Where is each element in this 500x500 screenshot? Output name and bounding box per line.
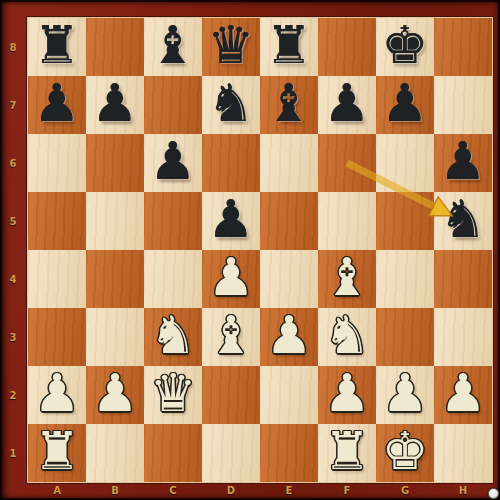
square-a1[interactable]: ♜ — [28, 424, 86, 482]
file-label-g: G — [376, 482, 434, 498]
square-h1[interactable] — [434, 424, 492, 482]
white-bishop[interactable]: ♝ — [324, 248, 371, 306]
square-e8[interactable]: ♜ — [260, 18, 318, 76]
black-pawn[interactable]: ♟ — [208, 190, 255, 248]
square-f8[interactable] — [318, 18, 376, 76]
square-d4[interactable]: ♟ — [202, 250, 260, 308]
square-f6[interactable] — [318, 134, 376, 192]
file-label-a: A — [28, 482, 86, 498]
white-pawn[interactable]: ♟ — [208, 248, 255, 306]
square-f7[interactable]: ♟ — [318, 76, 376, 134]
square-c8[interactable]: ♝ — [144, 18, 202, 76]
square-a5[interactable] — [28, 192, 86, 250]
square-d7[interactable]: ♞ — [202, 76, 260, 134]
rank-label-7: 7 — [0, 76, 26, 134]
square-d1[interactable] — [202, 424, 260, 482]
black-pawn[interactable]: ♟ — [150, 132, 197, 190]
square-h8[interactable] — [434, 18, 492, 76]
square-c3[interactable]: ♞ — [144, 308, 202, 366]
square-c5[interactable] — [144, 192, 202, 250]
chess-board[interactable]: ♜♝♛♜♚♟♟♞♝♟♟♟♟♟♞♟♝♞♝♟♞♟♟♛♟♟♟♜♜♚ — [28, 18, 492, 482]
square-e7[interactable]: ♝ — [260, 76, 318, 134]
black-king[interactable]: ♚ — [382, 16, 429, 74]
rank-label-2: 2 — [0, 366, 26, 424]
file-label-e: E — [260, 482, 318, 498]
square-e2[interactable] — [260, 366, 318, 424]
square-b2[interactable]: ♟ — [86, 366, 144, 424]
rank-label-4: 4 — [0, 250, 26, 308]
square-f5[interactable] — [318, 192, 376, 250]
square-d6[interactable] — [202, 134, 260, 192]
square-c1[interactable] — [144, 424, 202, 482]
square-g3[interactable] — [376, 308, 434, 366]
rank-label-5: 5 — [0, 192, 26, 250]
square-b5[interactable] — [86, 192, 144, 250]
rank-label-8: 8 — [0, 18, 26, 76]
file-label-c: C — [144, 482, 202, 498]
square-a4[interactable] — [28, 250, 86, 308]
white-rook[interactable]: ♜ — [324, 422, 371, 480]
black-pawn[interactable]: ♟ — [324, 74, 371, 132]
black-bishop[interactable]: ♝ — [266, 74, 313, 132]
black-queen[interactable]: ♛ — [208, 16, 255, 74]
square-h4[interactable] — [434, 250, 492, 308]
side-to-move-indicator — [488, 488, 499, 499]
board-frame: ♜♝♛♜♚♟♟♞♝♟♟♟♟♟♞♟♝♞♝♟♞♟♟♛♟♟♟♜♜♚ 87654321 … — [0, 0, 500, 500]
square-b7[interactable]: ♟ — [86, 76, 144, 134]
white-bishop[interactable]: ♝ — [208, 306, 255, 364]
file-label-d: D — [202, 482, 260, 498]
square-a6[interactable] — [28, 134, 86, 192]
square-a8[interactable]: ♜ — [28, 18, 86, 76]
file-label-f: F — [318, 482, 376, 498]
file-labels: ABCDEFGH — [28, 482, 492, 500]
square-f1[interactable]: ♜ — [318, 424, 376, 482]
square-f2[interactable]: ♟ — [318, 366, 376, 424]
square-c4[interactable] — [144, 250, 202, 308]
black-rook[interactable]: ♜ — [34, 16, 81, 74]
square-g1[interactable]: ♚ — [376, 424, 434, 482]
black-rook[interactable]: ♜ — [266, 16, 313, 74]
file-label-h: H — [434, 482, 492, 498]
square-a3[interactable] — [28, 308, 86, 366]
square-e4[interactable] — [260, 250, 318, 308]
square-d3[interactable]: ♝ — [202, 308, 260, 366]
square-f3[interactable]: ♞ — [318, 308, 376, 366]
square-h7[interactable] — [434, 76, 492, 134]
square-g7[interactable]: ♟ — [376, 76, 434, 134]
square-g2[interactable]: ♟ — [376, 366, 434, 424]
white-pawn[interactable]: ♟ — [382, 364, 429, 422]
square-h3[interactable] — [434, 308, 492, 366]
white-pawn[interactable]: ♟ — [34, 364, 81, 422]
black-pawn[interactable]: ♟ — [382, 74, 429, 132]
rank-labels: 87654321 — [0, 18, 28, 482]
square-e3[interactable]: ♟ — [260, 308, 318, 366]
square-d5[interactable]: ♟ — [202, 192, 260, 250]
black-knight[interactable]: ♞ — [440, 190, 487, 248]
square-g4[interactable] — [376, 250, 434, 308]
black-pawn[interactable]: ♟ — [92, 74, 139, 132]
white-pawn[interactable]: ♟ — [266, 306, 313, 364]
square-g5[interactable] — [376, 192, 434, 250]
square-b4[interactable] — [86, 250, 144, 308]
square-h5[interactable]: ♞ — [434, 192, 492, 250]
white-knight[interactable]: ♞ — [150, 306, 197, 364]
square-e1[interactable] — [260, 424, 318, 482]
white-pawn[interactable]: ♟ — [440, 364, 487, 422]
white-knight[interactable]: ♞ — [324, 306, 371, 364]
square-e6[interactable] — [260, 134, 318, 192]
rank-label-6: 6 — [0, 134, 26, 192]
white-pawn[interactable]: ♟ — [324, 364, 371, 422]
square-f4[interactable]: ♝ — [318, 250, 376, 308]
square-c6[interactable]: ♟ — [144, 134, 202, 192]
white-king[interactable]: ♚ — [382, 422, 429, 480]
black-bishop[interactable]: ♝ — [150, 16, 197, 74]
black-knight[interactable]: ♞ — [208, 74, 255, 132]
square-b1[interactable] — [86, 424, 144, 482]
square-c2[interactable]: ♛ — [144, 366, 202, 424]
file-label-b: B — [86, 482, 144, 498]
square-b8[interactable] — [86, 18, 144, 76]
square-h6[interactable]: ♟ — [434, 134, 492, 192]
white-rook[interactable]: ♜ — [34, 422, 81, 480]
rank-label-1: 1 — [0, 424, 26, 482]
square-e5[interactable] — [260, 192, 318, 250]
square-d2[interactable] — [202, 366, 260, 424]
square-b3[interactable] — [86, 308, 144, 366]
square-g8[interactable]: ♚ — [376, 18, 434, 76]
square-a7[interactable]: ♟ — [28, 76, 86, 134]
black-pawn[interactable]: ♟ — [34, 74, 81, 132]
square-c7[interactable] — [144, 76, 202, 134]
square-a2[interactable]: ♟ — [28, 366, 86, 424]
white-queen[interactable]: ♛ — [150, 364, 197, 422]
rank-label-3: 3 — [0, 308, 26, 366]
white-pawn[interactable]: ♟ — [92, 364, 139, 422]
square-b6[interactable] — [86, 134, 144, 192]
square-g6[interactable] — [376, 134, 434, 192]
black-pawn[interactable]: ♟ — [440, 132, 487, 190]
square-h2[interactable]: ♟ — [434, 366, 492, 424]
square-d8[interactable]: ♛ — [202, 18, 260, 76]
